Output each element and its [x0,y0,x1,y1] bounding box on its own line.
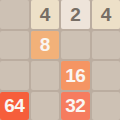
tile-32: 32 [61,92,90,121]
tile-8: 8 [31,31,60,60]
cell-r2c3 [61,31,90,60]
tile-4: 4 [92,0,121,29]
cell-r4c4 [92,92,121,121]
cell-r3c4 [92,61,121,90]
cell-r1c4: 4 [92,0,121,29]
tile-2: 2 [61,0,90,29]
board-2048[interactable]: 4248166432 [0,0,120,120]
cell-r4c2 [31,92,60,121]
cell-r1c2: 4 [31,0,60,29]
cell-r4c1: 64 [0,92,29,121]
tile-16: 16 [61,61,90,90]
tile-64: 64 [0,92,29,121]
cell-r2c1 [0,31,29,60]
cell-r1c1 [0,0,29,29]
cell-r3c3: 16 [61,61,90,90]
cell-r4c3: 32 [61,92,90,121]
cell-r2c4 [92,31,121,60]
cell-r2c2: 8 [31,31,60,60]
cell-r1c3: 2 [61,0,90,29]
cell-r3c2 [31,61,60,90]
cell-r3c1 [0,61,29,90]
tile-4: 4 [31,0,60,29]
